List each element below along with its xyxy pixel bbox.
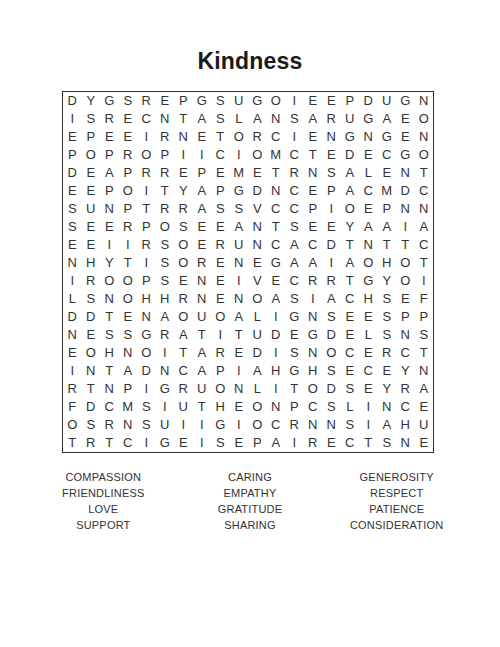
grid-cell[interactable]: D bbox=[359, 92, 378, 110]
grid-cell[interactable]: A bbox=[174, 326, 193, 344]
grid-cell[interactable]: P bbox=[415, 308, 434, 326]
grid-cell[interactable]: T bbox=[285, 380, 304, 398]
grid-cell[interactable]: R bbox=[248, 128, 267, 146]
grid-cell[interactable]: S bbox=[415, 326, 434, 344]
grid-cell[interactable]: T bbox=[230, 326, 249, 344]
grid-cell[interactable]: E bbox=[174, 434, 193, 452]
grid-cell[interactable]: R bbox=[100, 110, 119, 128]
grid-cell[interactable]: T bbox=[193, 326, 212, 344]
grid-cell[interactable]: N bbox=[304, 164, 323, 182]
grid-cell[interactable]: P bbox=[100, 182, 119, 200]
grid-cell[interactable]: D bbox=[137, 362, 156, 380]
grid-cell[interactable]: A bbox=[193, 110, 212, 128]
grid-cell[interactable]: T bbox=[267, 164, 286, 182]
grid-cell[interactable]: C bbox=[267, 236, 286, 254]
grid-cell[interactable]: U bbox=[378, 92, 397, 110]
grid-cell[interactable]: E bbox=[415, 398, 434, 416]
grid-cell[interactable]: C bbox=[285, 146, 304, 164]
grid-cell[interactable]: V bbox=[248, 200, 267, 218]
grid-cell[interactable]: I bbox=[63, 362, 82, 380]
grid-cell[interactable]: A bbox=[193, 182, 212, 200]
grid-cell[interactable]: L bbox=[230, 110, 249, 128]
grid-cell[interactable]: N bbox=[174, 128, 193, 146]
grid-cell[interactable]: U bbox=[230, 92, 249, 110]
grid-cell[interactable]: E bbox=[230, 434, 249, 452]
grid-cell[interactable]: C bbox=[285, 182, 304, 200]
grid-cell[interactable]: I bbox=[415, 272, 434, 290]
grid-cell[interactable]: A bbox=[341, 182, 360, 200]
grid-cell[interactable]: N bbox=[137, 308, 156, 326]
grid-cell[interactable]: R bbox=[211, 344, 230, 362]
grid-cell[interactable]: S bbox=[322, 398, 341, 416]
grid-cell[interactable]: H bbox=[378, 254, 397, 272]
grid-cell[interactable]: O bbox=[248, 416, 267, 434]
grid-cell[interactable]: D bbox=[322, 326, 341, 344]
grid-cell[interactable]: E bbox=[322, 92, 341, 110]
grid-cell[interactable]: E bbox=[322, 218, 341, 236]
grid-cell[interactable]: R bbox=[285, 164, 304, 182]
grid-cell[interactable]: A bbox=[415, 218, 434, 236]
grid-cell[interactable]: G bbox=[156, 380, 175, 398]
grid-cell[interactable]: E bbox=[230, 344, 249, 362]
grid-cell[interactable]: C bbox=[174, 362, 193, 380]
grid-cell[interactable]: N bbox=[63, 326, 82, 344]
grid-cell[interactable]: V bbox=[248, 272, 267, 290]
grid-cell[interactable]: A bbox=[359, 218, 378, 236]
grid-cell[interactable]: C bbox=[285, 200, 304, 218]
grid-cell[interactable]: D bbox=[322, 236, 341, 254]
grid-cell[interactable]: Y bbox=[396, 362, 415, 380]
grid-cell[interactable]: I bbox=[285, 92, 304, 110]
grid-cell[interactable]: P bbox=[100, 146, 119, 164]
grid-cell[interactable]: S bbox=[211, 110, 230, 128]
grid-cell[interactable]: E bbox=[82, 236, 101, 254]
grid-cell[interactable]: A bbox=[285, 236, 304, 254]
grid-cell[interactable]: L bbox=[248, 308, 267, 326]
grid-cell[interactable]: G bbox=[378, 128, 397, 146]
grid-cell[interactable]: D bbox=[82, 398, 101, 416]
grid-cell[interactable]: P bbox=[119, 200, 138, 218]
grid-cell[interactable]: O bbox=[267, 92, 286, 110]
grid-cell[interactable]: R bbox=[82, 434, 101, 452]
grid-cell[interactable]: G bbox=[285, 362, 304, 380]
grid-cell[interactable]: E bbox=[82, 164, 101, 182]
grid-cell[interactable]: I bbox=[230, 272, 249, 290]
grid-cell[interactable]: G bbox=[304, 326, 323, 344]
grid-cell[interactable]: I bbox=[267, 344, 286, 362]
grid-cell[interactable]: I bbox=[285, 128, 304, 146]
grid-cell[interactable]: E bbox=[230, 398, 249, 416]
grid-cell[interactable]: S bbox=[137, 416, 156, 434]
grid-cell[interactable]: G bbox=[193, 92, 212, 110]
grid-cell[interactable]: N bbox=[100, 380, 119, 398]
grid-cell[interactable]: S bbox=[322, 362, 341, 380]
grid-cell[interactable]: P bbox=[137, 218, 156, 236]
grid-cell[interactable]: T bbox=[82, 380, 101, 398]
grid-cell[interactable]: G bbox=[396, 92, 415, 110]
grid-cell[interactable]: C bbox=[137, 110, 156, 128]
grid-cell[interactable]: I bbox=[119, 236, 138, 254]
grid-cell[interactable]: N bbox=[304, 308, 323, 326]
grid-cell[interactable]: P bbox=[322, 182, 341, 200]
grid-cell[interactable]: R bbox=[119, 218, 138, 236]
grid-cell[interactable]: E bbox=[248, 254, 267, 272]
grid-cell[interactable]: C bbox=[267, 200, 286, 218]
grid-cell[interactable]: E bbox=[211, 290, 230, 308]
grid-cell[interactable]: E bbox=[119, 128, 138, 146]
grid-cell[interactable]: O bbox=[100, 272, 119, 290]
grid-cell[interactable]: E bbox=[415, 434, 434, 452]
grid-cell[interactable]: I bbox=[193, 416, 212, 434]
grid-cell[interactable]: D bbox=[63, 308, 82, 326]
grid-cell[interactable]: U bbox=[174, 398, 193, 416]
grid-cell[interactable]: G bbox=[285, 308, 304, 326]
grid-cell[interactable]: I bbox=[174, 416, 193, 434]
grid-cell[interactable]: N bbox=[415, 200, 434, 218]
grid-cell[interactable]: T bbox=[415, 164, 434, 182]
grid-cell[interactable]: S bbox=[100, 326, 119, 344]
grid-cell[interactable]: O bbox=[82, 344, 101, 362]
grid-cell[interactable]: A bbox=[193, 200, 212, 218]
grid-cell[interactable]: U bbox=[341, 110, 360, 128]
grid-cell[interactable]: T bbox=[267, 218, 286, 236]
grid-cell[interactable]: F bbox=[63, 398, 82, 416]
grid-cell[interactable]: C bbox=[341, 434, 360, 452]
grid-cell[interactable]: C bbox=[396, 344, 415, 362]
grid-cell[interactable]: A bbox=[267, 434, 286, 452]
grid-cell[interactable]: H bbox=[267, 362, 286, 380]
grid-cell[interactable]: S bbox=[137, 398, 156, 416]
grid-cell[interactable]: M bbox=[378, 182, 397, 200]
grid-cell[interactable]: O bbox=[174, 254, 193, 272]
grid-cell[interactable]: S bbox=[63, 218, 82, 236]
grid-cell[interactable]: G bbox=[156, 434, 175, 452]
grid-cell[interactable]: P bbox=[193, 164, 212, 182]
grid-cell[interactable]: T bbox=[415, 254, 434, 272]
grid-cell[interactable]: E bbox=[193, 236, 212, 254]
grid-cell[interactable]: Y bbox=[100, 254, 119, 272]
grid-cell[interactable]: C bbox=[119, 434, 138, 452]
grid-cell[interactable]: I bbox=[267, 308, 286, 326]
grid-cell[interactable]: U bbox=[193, 380, 212, 398]
grid-cell[interactable]: S bbox=[82, 290, 101, 308]
grid-cell[interactable]: R bbox=[322, 272, 341, 290]
grid-cell[interactable]: T bbox=[341, 272, 360, 290]
grid-cell[interactable]: S bbox=[285, 290, 304, 308]
grid-cell[interactable]: E bbox=[359, 308, 378, 326]
grid-cell[interactable]: T bbox=[100, 308, 119, 326]
grid-cell[interactable]: R bbox=[396, 380, 415, 398]
grid-cell[interactable]: C bbox=[341, 290, 360, 308]
grid-cell[interactable]: O bbox=[119, 290, 138, 308]
grid-cell[interactable]: U bbox=[82, 200, 101, 218]
grid-cell[interactable]: O bbox=[230, 128, 249, 146]
grid-cell[interactable]: T bbox=[156, 182, 175, 200]
grid-cell[interactable]: L bbox=[248, 380, 267, 398]
grid-cell[interactable]: L bbox=[359, 164, 378, 182]
grid-cell[interactable]: E bbox=[82, 182, 101, 200]
grid-cell[interactable]: N bbox=[304, 344, 323, 362]
grid-cell[interactable]: R bbox=[137, 164, 156, 182]
grid-cell[interactable]: Y bbox=[341, 218, 360, 236]
grid-cell[interactable]: R bbox=[174, 290, 193, 308]
grid-cell[interactable]: O bbox=[119, 272, 138, 290]
grid-cell[interactable]: E bbox=[211, 164, 230, 182]
grid-cell[interactable]: P bbox=[119, 380, 138, 398]
grid-cell[interactable]: D bbox=[396, 182, 415, 200]
grid-cell[interactable]: I bbox=[137, 254, 156, 272]
grid-cell[interactable]: D bbox=[267, 326, 286, 344]
grid-cell[interactable]: E bbox=[267, 272, 286, 290]
grid-cell[interactable]: R bbox=[285, 416, 304, 434]
grid-cell[interactable]: N bbox=[396, 434, 415, 452]
grid-cell[interactable]: E bbox=[341, 326, 360, 344]
grid-cell[interactable]: D bbox=[248, 344, 267, 362]
grid-cell[interactable]: I bbox=[193, 146, 212, 164]
grid-cell[interactable]: G bbox=[211, 416, 230, 434]
grid-cell[interactable]: G bbox=[396, 146, 415, 164]
grid-cell[interactable]: N bbox=[100, 290, 119, 308]
grid-cell[interactable]: O bbox=[137, 344, 156, 362]
grid-cell[interactable]: E bbox=[322, 434, 341, 452]
grid-cell[interactable]: T bbox=[378, 236, 397, 254]
grid-cell[interactable]: R bbox=[304, 434, 323, 452]
grid-cell[interactable]: T bbox=[174, 344, 193, 362]
grid-cell[interactable]: S bbox=[211, 92, 230, 110]
grid-cell[interactable]: E bbox=[359, 344, 378, 362]
grid-cell[interactable]: G bbox=[359, 110, 378, 128]
grid-cell[interactable]: R bbox=[82, 272, 101, 290]
grid-cell[interactable]: T bbox=[137, 200, 156, 218]
grid-cell[interactable]: G bbox=[137, 326, 156, 344]
grid-cell[interactable]: N bbox=[156, 110, 175, 128]
grid-cell[interactable]: S bbox=[378, 326, 397, 344]
grid-cell[interactable]: H bbox=[137, 290, 156, 308]
grid-cell[interactable]: A bbox=[100, 164, 119, 182]
grid-cell[interactable]: E bbox=[304, 218, 323, 236]
grid-cell[interactable]: I bbox=[285, 434, 304, 452]
grid-cell[interactable]: E bbox=[341, 362, 360, 380]
grid-cell[interactable]: N bbox=[230, 380, 249, 398]
grid-cell[interactable]: N bbox=[396, 326, 415, 344]
grid-cell[interactable]: R bbox=[211, 236, 230, 254]
grid-cell[interactable]: H bbox=[396, 416, 415, 434]
grid-cell[interactable]: C bbox=[304, 398, 323, 416]
grid-cell[interactable]: N bbox=[156, 362, 175, 380]
grid-cell[interactable]: G bbox=[341, 128, 360, 146]
grid-cell[interactable]: N bbox=[267, 398, 286, 416]
grid-cell[interactable]: E bbox=[396, 110, 415, 128]
grid-cell[interactable]: P bbox=[137, 272, 156, 290]
grid-cell[interactable]: I bbox=[137, 380, 156, 398]
grid-cell[interactable]: E bbox=[63, 182, 82, 200]
grid-cell[interactable]: T bbox=[415, 344, 434, 362]
grid-cell[interactable]: N bbox=[63, 254, 82, 272]
grid-cell[interactable]: T bbox=[100, 434, 119, 452]
grid-cell[interactable]: R bbox=[137, 236, 156, 254]
grid-cell[interactable]: L bbox=[359, 326, 378, 344]
grid-cell[interactable]: D bbox=[341, 146, 360, 164]
grid-cell[interactable]: N bbox=[415, 128, 434, 146]
grid-cell[interactable]: U bbox=[415, 416, 434, 434]
grid-cell[interactable]: O bbox=[82, 146, 101, 164]
grid-cell[interactable]: N bbox=[322, 128, 341, 146]
grid-cell[interactable]: M bbox=[267, 146, 286, 164]
grid-cell[interactable]: E bbox=[63, 344, 82, 362]
grid-cell[interactable]: D bbox=[322, 380, 341, 398]
grid-cell[interactable]: I bbox=[359, 398, 378, 416]
grid-cell[interactable]: E bbox=[211, 254, 230, 272]
grid-cell[interactable]: R bbox=[322, 110, 341, 128]
grid-cell[interactable]: T bbox=[100, 362, 119, 380]
grid-cell[interactable]: U bbox=[248, 326, 267, 344]
grid-cell[interactable]: P bbox=[156, 146, 175, 164]
grid-cell[interactable]: I bbox=[267, 380, 286, 398]
grid-cell[interactable]: R bbox=[193, 254, 212, 272]
grid-cell[interactable]: T bbox=[341, 236, 360, 254]
grid-cell[interactable]: I bbox=[211, 326, 230, 344]
grid-cell[interactable]: S bbox=[378, 290, 397, 308]
grid-cell[interactable]: A bbox=[230, 218, 249, 236]
grid-cell[interactable]: C bbox=[211, 146, 230, 164]
grid-cell[interactable]: O bbox=[248, 398, 267, 416]
grid-cell[interactable]: C bbox=[359, 182, 378, 200]
grid-cell[interactable]: A bbox=[156, 308, 175, 326]
grid-cell[interactable]: A bbox=[230, 308, 249, 326]
grid-cell[interactable]: E bbox=[248, 164, 267, 182]
grid-cell[interactable]: R bbox=[174, 200, 193, 218]
grid-cell[interactable]: S bbox=[211, 200, 230, 218]
grid-cell[interactable]: N bbox=[82, 362, 101, 380]
grid-cell[interactable]: G bbox=[230, 182, 249, 200]
grid-cell[interactable]: L bbox=[341, 398, 360, 416]
grid-cell[interactable]: I bbox=[396, 218, 415, 236]
grid-cell[interactable]: I bbox=[156, 398, 175, 416]
grid-cell[interactable]: O bbox=[156, 218, 175, 236]
grid-cell[interactable]: I bbox=[230, 146, 249, 164]
grid-cell[interactable]: A bbox=[341, 164, 360, 182]
grid-cell[interactable]: O bbox=[304, 380, 323, 398]
grid-cell[interactable]: T bbox=[193, 398, 212, 416]
grid-cell[interactable]: S bbox=[211, 434, 230, 452]
grid-cell[interactable]: A bbox=[322, 290, 341, 308]
grid-cell[interactable]: R bbox=[174, 380, 193, 398]
grid-cell[interactable]: Y bbox=[82, 92, 101, 110]
grid-cell[interactable]: R bbox=[156, 200, 175, 218]
grid-cell[interactable]: E bbox=[304, 128, 323, 146]
grid-cell[interactable]: R bbox=[156, 164, 175, 182]
grid-cell[interactable]: O bbox=[174, 236, 193, 254]
grid-cell[interactable]: I bbox=[63, 110, 82, 128]
grid-cell[interactable]: D bbox=[248, 182, 267, 200]
grid-cell[interactable]: A bbox=[378, 110, 397, 128]
grid-cell[interactable]: A bbox=[193, 362, 212, 380]
grid-cell[interactable]: S bbox=[285, 218, 304, 236]
grid-cell[interactable]: M bbox=[119, 398, 138, 416]
grid-cell[interactable]: I bbox=[174, 146, 193, 164]
grid-cell[interactable]: H bbox=[100, 344, 119, 362]
grid-cell[interactable]: N bbox=[119, 416, 138, 434]
grid-cell[interactable]: H bbox=[359, 290, 378, 308]
grid-cell[interactable]: A bbox=[267, 290, 286, 308]
grid-cell[interactable]: I bbox=[322, 254, 341, 272]
grid-cell[interactable]: C bbox=[415, 182, 434, 200]
grid-cell[interactable]: C bbox=[341, 344, 360, 362]
grid-cell[interactable]: A bbox=[341, 254, 360, 272]
grid-cell[interactable]: T bbox=[359, 434, 378, 452]
grid-cell[interactable]: T bbox=[119, 254, 138, 272]
grid-cell[interactable]: S bbox=[230, 200, 249, 218]
grid-cell[interactable]: A bbox=[304, 110, 323, 128]
grid-cell[interactable]: I bbox=[359, 416, 378, 434]
grid-cell[interactable]: E bbox=[211, 272, 230, 290]
grid-cell[interactable]: E bbox=[82, 218, 101, 236]
grid-cell[interactable]: R bbox=[137, 92, 156, 110]
grid-cell[interactable]: Y bbox=[174, 182, 193, 200]
grid-cell[interactable]: Y bbox=[378, 272, 397, 290]
grid-cell[interactable]: P bbox=[304, 200, 323, 218]
grid-cell[interactable]: C bbox=[359, 362, 378, 380]
grid-cell[interactable]: I bbox=[322, 200, 341, 218]
grid-cell[interactable]: S bbox=[156, 272, 175, 290]
grid-cell[interactable]: S bbox=[82, 110, 101, 128]
grid-cell[interactable]: G bbox=[359, 272, 378, 290]
grid-cell[interactable]: N bbox=[359, 128, 378, 146]
grid-cell[interactable]: I bbox=[137, 128, 156, 146]
grid-cell[interactable]: O bbox=[119, 182, 138, 200]
grid-cell[interactable]: E bbox=[396, 290, 415, 308]
grid-cell[interactable]: E bbox=[174, 272, 193, 290]
grid-cell[interactable]: H bbox=[211, 398, 230, 416]
grid-cell[interactable]: E bbox=[341, 308, 360, 326]
grid-cell[interactable]: G bbox=[267, 254, 286, 272]
grid-cell[interactable]: T bbox=[63, 434, 82, 452]
grid-cell[interactable]: T bbox=[211, 128, 230, 146]
grid-cell[interactable]: C bbox=[396, 398, 415, 416]
grid-cell[interactable]: H bbox=[82, 254, 101, 272]
grid-cell[interactable]: S bbox=[119, 92, 138, 110]
grid-cell[interactable]: I bbox=[137, 182, 156, 200]
grid-cell[interactable]: S bbox=[378, 434, 397, 452]
grid-cell[interactable]: S bbox=[156, 236, 175, 254]
grid-cell[interactable]: N bbox=[248, 218, 267, 236]
grid-cell[interactable]: S bbox=[119, 326, 138, 344]
grid-cell[interactable]: O bbox=[211, 380, 230, 398]
grid-cell[interactable]: S bbox=[322, 164, 341, 182]
grid-cell[interactable]: O bbox=[63, 416, 82, 434]
grid-cell[interactable]: O bbox=[248, 290, 267, 308]
grid-cell[interactable]: R bbox=[156, 326, 175, 344]
grid-cell[interactable]: E bbox=[304, 182, 323, 200]
grid-cell[interactable]: O bbox=[359, 254, 378, 272]
grid-cell[interactable]: C bbox=[304, 236, 323, 254]
grid-cell[interactable]: S bbox=[82, 416, 101, 434]
grid-cell[interactable]: A bbox=[248, 110, 267, 128]
grid-cell[interactable]: E bbox=[211, 218, 230, 236]
grid-cell[interactable]: A bbox=[304, 254, 323, 272]
grid-cell[interactable]: E bbox=[285, 326, 304, 344]
grid-cell[interactable]: P bbox=[341, 92, 360, 110]
grid-cell[interactable]: N bbox=[396, 200, 415, 218]
grid-cell[interactable]: A bbox=[193, 344, 212, 362]
grid-cell[interactable]: R bbox=[156, 128, 175, 146]
grid-cell[interactable]: E bbox=[378, 164, 397, 182]
grid-cell[interactable]: C bbox=[267, 128, 286, 146]
grid-cell[interactable]: I bbox=[63, 272, 82, 290]
grid-cell[interactable]: E bbox=[359, 380, 378, 398]
grid-cell[interactable]: P bbox=[211, 182, 230, 200]
grid-cell[interactable]: C bbox=[100, 398, 119, 416]
